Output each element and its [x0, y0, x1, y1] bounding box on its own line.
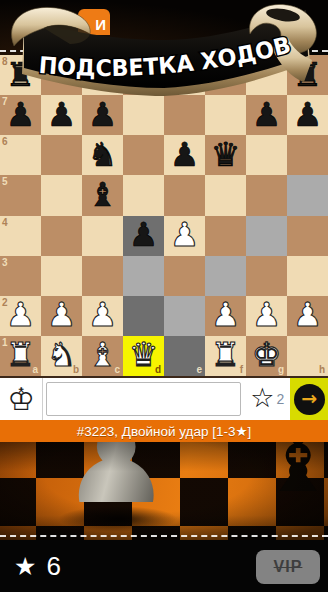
vip-label: VIP — [274, 558, 303, 576]
piece-white-pawn: ♟ — [252, 298, 282, 331]
difficulty-count: 2 — [277, 391, 285, 407]
piece-black-knight: ♞ — [88, 138, 118, 171]
top-tab-label: И — [95, 16, 106, 33]
square-a1[interactable]: 1a♜ — [0, 336, 41, 376]
square-e1[interactable]: e — [164, 336, 205, 376]
square-d6[interactable] — [123, 135, 164, 175]
square-b1[interactable]: b♞ — [41, 336, 82, 376]
square-h2[interactable]: ♟ — [287, 296, 328, 336]
rank-label: 7 — [2, 96, 8, 107]
puzzle-difficulty: ☆ 2 — [244, 378, 290, 420]
square-f6[interactable]: ♛ — [205, 135, 246, 175]
submit-circle: → — [294, 384, 325, 415]
square-f3[interactable] — [205, 256, 246, 296]
square-d7[interactable] — [123, 95, 164, 135]
square-h4[interactable] — [287, 216, 328, 256]
square-b8[interactable] — [41, 55, 82, 95]
rank-label: 2 — [2, 297, 8, 308]
piece-black-pawn: ♟ — [47, 98, 77, 131]
square-b3[interactable] — [41, 256, 82, 296]
square-a6[interactable]: 6 — [0, 135, 41, 175]
square-a7[interactable]: 7♟ — [0, 95, 41, 135]
square-e8[interactable]: ♚ — [164, 55, 205, 95]
square-f8[interactable] — [205, 55, 246, 95]
square-b7[interactable]: ♟ — [41, 95, 82, 135]
file-label: e — [196, 364, 202, 375]
square-e7[interactable] — [164, 95, 205, 135]
piece-black-rook: ♜ — [293, 58, 323, 91]
square-c6[interactable]: ♞ — [82, 135, 123, 175]
score-value: 6 — [46, 551, 60, 582]
piece-white-king: ♚ — [252, 338, 282, 371]
square-d3[interactable] — [123, 256, 164, 296]
square-d4[interactable]: ♟ — [123, 216, 164, 256]
piece-white-queen: ♛ — [129, 338, 159, 371]
piece-black-pawn: ♟ — [293, 98, 323, 131]
square-d8[interactable] — [123, 55, 164, 95]
rank-label: 3 — [2, 257, 8, 268]
square-g6[interactable] — [246, 135, 287, 175]
square-d2[interactable] — [123, 296, 164, 336]
piece-black-queen: ♛ — [211, 138, 241, 171]
square-g3[interactable] — [246, 256, 287, 296]
square-b5[interactable] — [41, 175, 82, 215]
square-f1[interactable]: f♜ — [205, 336, 246, 376]
piece-white-rook: ♜ — [211, 338, 241, 371]
submit-move-button[interactable]: → — [290, 378, 328, 420]
square-c2[interactable]: ♟ — [82, 296, 123, 336]
piece-white-knight: ♞ — [47, 338, 77, 371]
square-c4[interactable] — [82, 216, 123, 256]
star-outline-icon: ☆ — [250, 382, 274, 413]
square-e2[interactable] — [164, 296, 205, 336]
piece-white-rook: ♜ — [6, 338, 36, 371]
square-b2[interactable]: ♟ — [41, 296, 82, 336]
rank-label: 5 — [2, 176, 8, 187]
white-king-icon: ♔ — [7, 384, 35, 415]
file-label: b — [73, 364, 79, 375]
rank-label: 6 — [2, 136, 8, 147]
square-h7[interactable]: ♟ — [287, 95, 328, 135]
square-f2[interactable]: ♟ — [205, 296, 246, 336]
arrow-right-icon: → — [301, 389, 317, 408]
square-g7[interactable]: ♟ — [246, 95, 287, 135]
square-g8[interactable] — [246, 55, 287, 95]
decorative-chess-photo: ♟ ♝ — [0, 442, 328, 540]
square-f4[interactable] — [205, 216, 246, 256]
square-d1[interactable]: d♛ — [123, 336, 164, 376]
square-a8[interactable]: 8♜ — [0, 55, 41, 95]
square-a4[interactable]: 4 — [0, 216, 41, 256]
square-c8[interactable] — [82, 55, 123, 95]
top-dashed-border — [0, 50, 328, 52]
move-bar: ♔ ☆ 2 → — [0, 378, 328, 420]
rank-label: 8 — [2, 56, 8, 67]
move-input-wrap — [43, 378, 244, 420]
file-label: c — [114, 364, 120, 375]
puzzle-title: #3223, Двойной удар [1-3★] — [77, 423, 252, 439]
rank-label: 4 — [2, 217, 8, 228]
photo-dashed-border — [0, 535, 328, 537]
square-h1[interactable]: h — [287, 336, 328, 376]
square-b4[interactable] — [41, 216, 82, 256]
square-h5[interactable] — [287, 175, 328, 215]
square-g4[interactable] — [246, 216, 287, 256]
square-e6[interactable]: ♟ — [164, 135, 205, 175]
square-a2[interactable]: 2♟ — [0, 296, 41, 336]
square-b6[interactable] — [41, 135, 82, 175]
move-input[interactable] — [46, 382, 241, 416]
piece-black-rook: ♜ — [6, 58, 36, 91]
piece-white-bishop: ♝ — [88, 338, 118, 371]
file-label: d — [155, 364, 161, 375]
chess-board: 8♜♚♜7♟♟♟♟♟6♞♟♛5♝4♟♟32♟♟♟♟♟♟1a♜b♞c♝d♛ef♜g… — [0, 55, 328, 378]
piece-white-pawn: ♟ — [47, 298, 77, 331]
piece-white-pawn: ♟ — [293, 298, 323, 331]
square-a5[interactable]: 5 — [0, 175, 41, 215]
piece-black-pawn: ♟ — [129, 218, 159, 251]
piece-black-bishop: ♝ — [88, 178, 118, 211]
piece-black-pawn: ♟ — [170, 138, 200, 171]
square-d5[interactable] — [123, 175, 164, 215]
puzzle-title-bar: #3223, Двойной удар [1-3★] — [0, 420, 328, 442]
file-label: g — [278, 364, 284, 375]
piece-white-pawn: ♟ — [6, 298, 36, 331]
square-e5[interactable] — [164, 175, 205, 215]
square-f7[interactable] — [205, 95, 246, 135]
rank-label: 1 — [2, 337, 8, 348]
side-to-move-cell: ♔ — [0, 378, 43, 420]
square-h6[interactable] — [287, 135, 328, 175]
file-label: a — [32, 364, 38, 375]
top-tab-button[interactable]: И — [78, 9, 110, 35]
square-h8[interactable]: ♜ — [287, 55, 328, 95]
square-e4[interactable]: ♟ — [164, 216, 205, 256]
square-f5[interactable] — [205, 175, 246, 215]
file-label: h — [319, 364, 325, 375]
square-e3[interactable] — [164, 256, 205, 296]
square-c3[interactable] — [82, 256, 123, 296]
app-screen: И ПОДСВЕТКА ХОДОВ 8♜♚♜7♟♟♟♟♟6♞♟♛5♝4♟♟32♟… — [0, 0, 328, 592]
piece-white-pawn: ♟ — [170, 218, 200, 251]
square-g1[interactable]: g♚ — [246, 336, 287, 376]
square-a3[interactable]: 3 — [0, 256, 41, 296]
score-star-icon: ★ — [14, 554, 36, 579]
square-h3[interactable] — [287, 256, 328, 296]
piece-black-pawn: ♟ — [88, 98, 118, 131]
file-label: f — [240, 364, 243, 375]
piece-black-pawn: ♟ — [252, 98, 282, 131]
square-c5[interactable]: ♝ — [82, 175, 123, 215]
square-g5[interactable] — [246, 175, 287, 215]
piece-white-pawn: ♟ — [211, 298, 241, 331]
piece-black-pawn: ♟ — [6, 98, 36, 131]
bottom-bar: ★ 6 VIP — [0, 540, 328, 592]
vip-button[interactable]: VIP — [256, 550, 320, 584]
piece-white-pawn: ♟ — [88, 298, 118, 331]
square-c1[interactable]: c♝ — [82, 336, 123, 376]
square-c7[interactable]: ♟ — [82, 95, 123, 135]
square-g2[interactable]: ♟ — [246, 296, 287, 336]
top-photo-backdrop — [0, 0, 328, 55]
piece-black-king: ♚ — [170, 58, 200, 91]
photo-vignette — [0, 442, 328, 540]
